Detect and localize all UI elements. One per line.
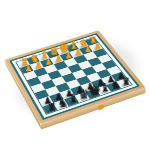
piece-yellow-pawn: ♟ [20, 63, 36, 73]
board-square: ♟ [20, 65, 34, 74]
product-photo: ♜♞♝♛♚♝♞♜♟♟♟♟♟♟♟♟♟♟♟♟♟♟♟♟♜♞♝♛♚♝♞♜ [0, 0, 150, 150]
board-square: ♜ [43, 103, 58, 114]
piece-black-rook: ♜ [43, 101, 60, 113]
chess-board: ♜♞♝♛♚♝♞♜♟♟♟♟♟♟♟♟♟♟♟♟♟♟♟♟♜♞♝♛♚♝♞♜ [4, 30, 145, 124]
board-square [82, 66, 97, 75]
clasp-icon [99, 104, 104, 110]
board-square [37, 74, 51, 84]
